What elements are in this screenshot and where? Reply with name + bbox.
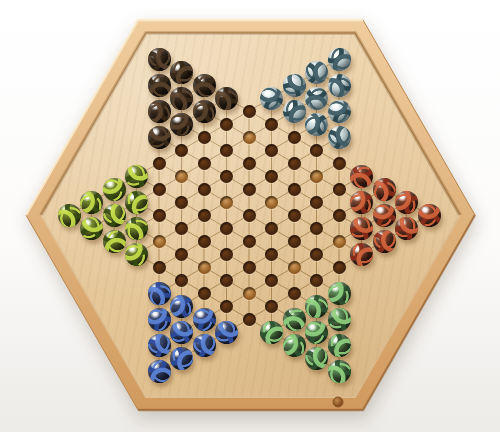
marble-green[interactable]	[283, 308, 306, 331]
hole[interactable]	[220, 274, 233, 287]
marble-white-blue[interactable]	[305, 113, 328, 136]
hole[interactable]	[333, 261, 346, 274]
marble-green[interactable]	[283, 334, 306, 357]
marble-green[interactable]	[328, 282, 351, 305]
hole[interactable]	[310, 196, 323, 209]
hole[interactable]	[198, 261, 211, 274]
hole[interactable]	[243, 209, 256, 222]
hole[interactable]	[288, 287, 301, 300]
hole[interactable]	[333, 235, 346, 248]
marble-black[interactable]	[170, 113, 193, 136]
hole[interactable]	[220, 300, 233, 313]
hole[interactable]	[198, 131, 211, 144]
hole[interactable]	[175, 170, 188, 183]
marble-yellow-green[interactable]	[125, 217, 148, 240]
hole[interactable]	[175, 144, 188, 157]
marble-green[interactable]	[305, 347, 328, 370]
hole[interactable]	[198, 183, 211, 196]
hole[interactable]	[310, 274, 323, 287]
marble-yellow-green[interactable]	[103, 204, 126, 227]
marble-red[interactable]	[373, 178, 396, 201]
marble-black[interactable]	[193, 74, 216, 97]
hole[interactable]	[243, 235, 256, 248]
hole[interactable]	[243, 183, 256, 196]
marble-green[interactable]	[328, 334, 351, 357]
marble-white-blue[interactable]	[328, 126, 351, 149]
hole[interactable]	[310, 248, 323, 261]
hole[interactable]	[198, 235, 211, 248]
hole[interactable]	[243, 261, 256, 274]
marble-black[interactable]	[148, 48, 171, 71]
hole[interactable]	[265, 170, 278, 183]
hole[interactable]	[243, 131, 256, 144]
hole[interactable]	[220, 118, 233, 131]
marble-blue[interactable]	[148, 334, 171, 357]
hole[interactable]	[220, 222, 233, 235]
marble-yellow-green[interactable]	[103, 230, 126, 253]
marble-black[interactable]	[170, 87, 193, 110]
hole[interactable]	[198, 287, 211, 300]
marble-yellow-green[interactable]	[125, 165, 148, 188]
hole[interactable]	[288, 235, 301, 248]
hole[interactable]	[243, 157, 256, 170]
marble-white-blue[interactable]	[283, 100, 306, 123]
marble-red[interactable]	[395, 191, 418, 214]
hole[interactable]	[153, 183, 166, 196]
photo-background	[0, 0, 500, 432]
hole[interactable]	[175, 196, 188, 209]
marble-green[interactable]	[260, 321, 283, 344]
hole[interactable]	[175, 222, 188, 235]
marble-red[interactable]	[350, 191, 373, 214]
hole[interactable]	[153, 261, 166, 274]
hole[interactable]	[153, 235, 166, 248]
marble-white-blue[interactable]	[305, 87, 328, 110]
marble-white-blue[interactable]	[328, 48, 351, 71]
marble-red[interactable]	[350, 243, 373, 266]
hole[interactable]	[153, 157, 166, 170]
hole[interactable]	[220, 196, 233, 209]
marble-blue[interactable]	[170, 347, 193, 370]
hole[interactable]	[175, 248, 188, 261]
marble-white-blue[interactable]	[328, 100, 351, 123]
marble-red[interactable]	[350, 165, 373, 188]
hole[interactable]	[265, 222, 278, 235]
marble-blue[interactable]	[148, 360, 171, 383]
hole[interactable]	[198, 209, 211, 222]
marble-blue[interactable]	[215, 321, 238, 344]
marble-blue[interactable]	[193, 334, 216, 357]
hole[interactable]	[220, 144, 233, 157]
marble-blue[interactable]	[148, 308, 171, 331]
hole[interactable]	[288, 157, 301, 170]
marble-red[interactable]	[373, 204, 396, 227]
marble-yellow-green[interactable]	[80, 191, 103, 214]
hole[interactable]	[265, 118, 278, 131]
marble-blue[interactable]	[148, 282, 171, 305]
marble-green[interactable]	[305, 321, 328, 344]
marble-green[interactable]	[305, 295, 328, 318]
marble-blue[interactable]	[170, 295, 193, 318]
hole[interactable]	[310, 222, 323, 235]
hole[interactable]	[333, 157, 346, 170]
hole[interactable]	[288, 183, 301, 196]
hole[interactable]	[265, 274, 278, 287]
marble-green[interactable]	[328, 308, 351, 331]
hole[interactable]	[198, 157, 211, 170]
marble-yellow-green[interactable]	[80, 217, 103, 240]
hole[interactable]	[333, 209, 346, 222]
marble-yellow-green[interactable]	[125, 243, 148, 266]
hole[interactable]	[153, 209, 166, 222]
marble-black[interactable]	[193, 100, 216, 123]
marble-white-blue[interactable]	[328, 74, 351, 97]
hole[interactable]	[288, 131, 301, 144]
marble-red[interactable]	[395, 217, 418, 240]
marble-yellow-green[interactable]	[103, 178, 126, 201]
hole[interactable]	[310, 170, 323, 183]
hole-grid	[0, 0, 500, 432]
marble-yellow-green[interactable]	[58, 204, 81, 227]
marble-black[interactable]	[148, 126, 171, 149]
marble-blue[interactable]	[170, 321, 193, 344]
hole[interactable]	[220, 248, 233, 261]
hole[interactable]	[243, 313, 256, 326]
marble-black[interactable]	[148, 100, 171, 123]
hole[interactable]	[265, 196, 278, 209]
hole[interactable]	[265, 144, 278, 157]
hole[interactable]	[265, 248, 278, 261]
hole[interactable]	[265, 300, 278, 313]
hole[interactable]	[333, 183, 346, 196]
hole[interactable]	[243, 105, 256, 118]
hole[interactable]	[288, 209, 301, 222]
chinese-checkers-board	[0, 0, 500, 432]
marble-black[interactable]	[170, 61, 193, 84]
marble-green[interactable]	[328, 360, 351, 383]
marble-blue[interactable]	[193, 308, 216, 331]
marble-black[interactable]	[148, 74, 171, 97]
marble-white-blue[interactable]	[283, 74, 306, 97]
marble-red[interactable]	[350, 217, 373, 240]
hole[interactable]	[310, 144, 323, 157]
hole[interactable]	[288, 261, 301, 274]
marble-red[interactable]	[373, 230, 396, 253]
marble-black[interactable]	[215, 87, 238, 110]
marble-red[interactable]	[418, 204, 441, 227]
marble-yellow-green[interactable]	[125, 191, 148, 214]
hole[interactable]	[243, 287, 256, 300]
hole[interactable]	[220, 170, 233, 183]
hole[interactable]	[175, 274, 188, 287]
marble-white-blue[interactable]	[305, 61, 328, 84]
marble-white-blue[interactable]	[260, 87, 283, 110]
